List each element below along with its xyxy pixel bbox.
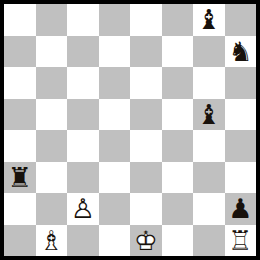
square-g3[interactable] bbox=[193, 162, 225, 194]
square-g6[interactable] bbox=[193, 67, 225, 99]
square-c3[interactable] bbox=[67, 162, 99, 194]
square-e8[interactable] bbox=[130, 4, 162, 36]
square-f1[interactable] bbox=[162, 225, 194, 257]
square-b2[interactable] bbox=[36, 193, 68, 225]
square-d5[interactable] bbox=[99, 99, 131, 131]
square-a3[interactable]: ♜ bbox=[4, 162, 36, 194]
square-b6[interactable] bbox=[36, 67, 68, 99]
chess-board: ♝♞♝♜♟♙♟♝♗♚♔♜♖ bbox=[4, 4, 256, 256]
square-h3[interactable] bbox=[225, 162, 257, 194]
square-h7[interactable]: ♞ bbox=[225, 36, 257, 68]
bishop-glyph: ♝ bbox=[193, 4, 225, 36]
square-d2[interactable] bbox=[99, 193, 131, 225]
square-e5[interactable] bbox=[130, 99, 162, 131]
square-e6[interactable] bbox=[130, 67, 162, 99]
knight-glyph: ♞ bbox=[225, 36, 257, 68]
square-a6[interactable] bbox=[4, 67, 36, 99]
square-b1[interactable]: ♝♗ bbox=[36, 225, 68, 257]
square-h1[interactable]: ♜♖ bbox=[225, 225, 257, 257]
square-g2[interactable] bbox=[193, 193, 225, 225]
square-a2[interactable] bbox=[4, 193, 36, 225]
white-rook-piece[interactable]: ♜♖ bbox=[225, 225, 257, 257]
square-h8[interactable] bbox=[225, 4, 257, 36]
square-c8[interactable] bbox=[67, 4, 99, 36]
bishop-glyph: ♝ bbox=[193, 99, 225, 131]
square-b5[interactable] bbox=[36, 99, 68, 131]
square-c5[interactable] bbox=[67, 99, 99, 131]
square-d7[interactable] bbox=[99, 36, 131, 68]
square-e3[interactable] bbox=[130, 162, 162, 194]
square-f7[interactable] bbox=[162, 36, 194, 68]
square-a5[interactable] bbox=[4, 99, 36, 131]
square-f4[interactable] bbox=[162, 130, 194, 162]
white-bishop-piece[interactable]: ♝♗ bbox=[36, 225, 68, 257]
king-glyph: ♔ bbox=[130, 225, 162, 257]
chess-board-frame: ♝♞♝♜♟♙♟♝♗♚♔♜♖ bbox=[0, 0, 260, 260]
black-knight-piece[interactable]: ♞ bbox=[225, 36, 257, 68]
square-a7[interactable] bbox=[4, 36, 36, 68]
square-e4[interactable] bbox=[130, 130, 162, 162]
square-c7[interactable] bbox=[67, 36, 99, 68]
square-b3[interactable] bbox=[36, 162, 68, 194]
square-a4[interactable] bbox=[4, 130, 36, 162]
square-d1[interactable] bbox=[99, 225, 131, 257]
black-bishop-piece[interactable]: ♝ bbox=[193, 4, 225, 36]
square-f3[interactable] bbox=[162, 162, 194, 194]
square-b7[interactable] bbox=[36, 36, 68, 68]
square-f8[interactable] bbox=[162, 4, 194, 36]
rook-glyph: ♜ bbox=[4, 162, 36, 194]
square-g5[interactable]: ♝ bbox=[193, 99, 225, 131]
white-pawn-piece[interactable]: ♟♙ bbox=[67, 193, 99, 225]
square-f5[interactable] bbox=[162, 99, 194, 131]
white-king-piece[interactable]: ♚♔ bbox=[130, 225, 162, 257]
square-h4[interactable] bbox=[225, 130, 257, 162]
square-e1[interactable]: ♚♔ bbox=[130, 225, 162, 257]
black-pawn-piece[interactable]: ♟ bbox=[225, 193, 257, 225]
square-b8[interactable] bbox=[36, 4, 68, 36]
square-f6[interactable] bbox=[162, 67, 194, 99]
square-d4[interactable] bbox=[99, 130, 131, 162]
square-d3[interactable] bbox=[99, 162, 131, 194]
square-e2[interactable] bbox=[130, 193, 162, 225]
pawn-glyph: ♟ bbox=[225, 193, 257, 225]
pawn-glyph: ♙ bbox=[67, 193, 99, 225]
square-d6[interactable] bbox=[99, 67, 131, 99]
square-g8[interactable]: ♝ bbox=[193, 4, 225, 36]
square-f2[interactable] bbox=[162, 193, 194, 225]
rook-glyph: ♖ bbox=[225, 225, 257, 257]
square-c4[interactable] bbox=[67, 130, 99, 162]
square-g7[interactable] bbox=[193, 36, 225, 68]
square-e7[interactable] bbox=[130, 36, 162, 68]
square-g1[interactable] bbox=[193, 225, 225, 257]
square-c6[interactable] bbox=[67, 67, 99, 99]
black-bishop-piece[interactable]: ♝ bbox=[193, 99, 225, 131]
square-a1[interactable] bbox=[4, 225, 36, 257]
square-h6[interactable] bbox=[225, 67, 257, 99]
square-c1[interactable] bbox=[67, 225, 99, 257]
square-b4[interactable] bbox=[36, 130, 68, 162]
square-h5[interactable] bbox=[225, 99, 257, 131]
bishop-glyph: ♗ bbox=[36, 225, 68, 257]
square-d8[interactable] bbox=[99, 4, 131, 36]
square-h2[interactable]: ♟ bbox=[225, 193, 257, 225]
square-g4[interactable] bbox=[193, 130, 225, 162]
square-a8[interactable] bbox=[4, 4, 36, 36]
square-c2[interactable]: ♟♙ bbox=[67, 193, 99, 225]
black-rook-piece[interactable]: ♜ bbox=[4, 162, 36, 194]
